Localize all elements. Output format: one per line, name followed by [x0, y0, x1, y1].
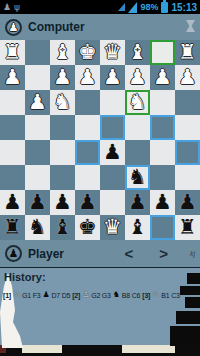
history-panel: History: [1]♘G1 F3♟D7 D5[2]♙G2 G3♞B8 C6[…: [0, 267, 200, 356]
square-g8[interactable]: ♞: [25, 215, 50, 240]
square-f3[interactable]: ♞: [50, 90, 75, 115]
black-pawn: ♟: [103, 142, 122, 163]
black-queen: ♛: [103, 217, 122, 238]
square-g7[interactable]: ♟: [25, 190, 50, 215]
square-a2[interactable]: ♟: [175, 65, 200, 90]
square-f4[interactable]: [50, 115, 75, 140]
battery-icon: [161, 2, 168, 13]
usb-icon: ψ: [14, 0, 20, 14]
square-h5[interactable]: [0, 140, 25, 165]
white-piece-icon: ♙: [82, 291, 89, 299]
white-pawn: ♟: [178, 67, 197, 88]
status-clock: 15:13: [171, 2, 197, 13]
square-d4[interactable]: [100, 115, 125, 140]
square-e2[interactable]: ♟: [75, 65, 100, 90]
corner-hint: kj: [190, 250, 195, 257]
history-next-button[interactable]: >: [157, 246, 170, 261]
square-b4[interactable]: [150, 115, 175, 140]
white-knight: ♞: [128, 92, 147, 113]
square-d7[interactable]: [100, 190, 125, 215]
white-rook: ♜: [178, 42, 197, 63]
black-pawn: ♟: [178, 192, 197, 213]
black-rook: ♜: [3, 217, 22, 238]
white-pawn: ♟: [53, 67, 72, 88]
black-bishop: ♝: [128, 217, 147, 238]
square-a8[interactable]: ♜: [175, 215, 200, 240]
square-d3[interactable]: [100, 90, 125, 115]
square-c3[interactable]: ♞: [125, 90, 150, 115]
white-pawn: ♟: [128, 67, 147, 88]
white-bishop: ♝: [53, 42, 72, 63]
square-a7[interactable]: ♟: [175, 190, 200, 215]
black-piece-icon: ♞: [113, 291, 120, 299]
history-prev-button[interactable]: <: [122, 246, 135, 261]
square-b1[interactable]: [150, 40, 175, 65]
hourglass-icon: [186, 18, 195, 36]
square-e3[interactable]: [75, 90, 100, 115]
pawn-notification-icon: ♟: [3, 0, 11, 14]
black-pawn: ♟: [153, 192, 172, 213]
black-knight: ♞: [128, 167, 147, 188]
square-h7[interactable]: ♟: [0, 190, 25, 215]
square-c5[interactable]: [125, 140, 150, 165]
white-pawn: ♟: [103, 67, 122, 88]
square-c1[interactable]: ♝: [125, 40, 150, 65]
square-h3[interactable]: [0, 90, 25, 115]
square-c8[interactable]: ♝: [125, 215, 150, 240]
white-rook: ♜: [3, 42, 22, 63]
square-b7[interactable]: ♟: [150, 190, 175, 215]
square-g6[interactable]: [25, 165, 50, 190]
black-pawn: ♟: [53, 192, 72, 213]
black-piece-icon: ♟: [42, 291, 49, 299]
square-a4[interactable]: [175, 115, 200, 140]
square-d8[interactable]: ♛: [100, 215, 125, 240]
square-a5[interactable]: [175, 140, 200, 165]
square-e8[interactable]: ♚: [75, 215, 100, 240]
white-pawn: ♟: [153, 67, 172, 88]
square-h6[interactable]: [0, 165, 25, 190]
square-b2[interactable]: ♟: [150, 65, 175, 90]
black-bishop: ♝: [53, 217, 72, 238]
move-text: D7 D5: [51, 292, 70, 299]
move-number: [2]: [72, 292, 80, 299]
square-b3[interactable]: [150, 90, 175, 115]
white-knight: ♞: [53, 92, 72, 113]
square-b8[interactable]: [150, 215, 175, 240]
chess-board[interactable]: ♜♝♚♛♝♜♟♟♟♟♟♟♟♟♞♞♟♞♟♟♟♟♟♟♟♜♞♝♚♛♝♜: [0, 40, 200, 240]
square-b5[interactable]: [150, 140, 175, 165]
square-d6[interactable]: [100, 165, 125, 190]
black-king: ♚: [78, 217, 97, 238]
square-c7[interactable]: ♟: [125, 190, 150, 215]
square-e6[interactable]: [75, 165, 100, 190]
move-text: B1 C3: [161, 292, 179, 299]
square-c2[interactable]: ♟: [125, 65, 150, 90]
computer-bar: ♟ Computer: [0, 14, 200, 40]
square-e5[interactable]: [75, 140, 100, 165]
square-e7[interactable]: ♟: [75, 190, 100, 215]
white-pawn: ♟: [78, 67, 97, 88]
square-c6[interactable]: ♞: [125, 165, 150, 190]
black-rook: ♜: [178, 217, 197, 238]
square-f6[interactable]: [50, 165, 75, 190]
square-d2[interactable]: ♟: [100, 65, 125, 90]
black-pawn: ♟: [3, 192, 22, 213]
computer-avatar: ♟: [5, 19, 22, 36]
square-f2[interactable]: ♟: [50, 65, 75, 90]
status-bar: ♟ ψ 98% 15:13: [0, 0, 200, 14]
black-pawn: ♟: [128, 192, 147, 213]
history-title: History:: [4, 271, 200, 283]
white-pawn: ♟: [28, 92, 47, 113]
square-c4[interactable]: [125, 115, 150, 140]
square-f5[interactable]: [50, 140, 75, 165]
square-a3[interactable]: [175, 90, 200, 115]
move-text: G1 F3: [22, 292, 40, 299]
square-f1[interactable]: ♝: [50, 40, 75, 65]
move-list[interactable]: [1]♘G1 F3♟D7 D5[2]♙G2 G3♞B8 C6[3]♘B1 C3: [0, 291, 200, 299]
player-bar: ♟ Player < > kj: [0, 240, 200, 267]
player-avatar: ♟: [5, 245, 22, 262]
player-label: Player: [28, 247, 64, 261]
square-h1[interactable]: ♜: [0, 40, 25, 65]
battery-percent: 98%: [140, 2, 158, 12]
square-h2[interactable]: ♟: [0, 65, 25, 90]
signal-icon: [128, 2, 137, 13]
square-g5[interactable]: [25, 140, 50, 165]
move-text: B8 C6: [122, 292, 140, 299]
square-b6[interactable]: [150, 165, 175, 190]
move-number: [3]: [142, 292, 150, 299]
square-h4[interactable]: [0, 115, 25, 140]
square-f8[interactable]: ♝: [50, 215, 75, 240]
white-bishop: ♝: [128, 42, 147, 63]
square-f7[interactable]: ♟: [50, 190, 75, 215]
square-h8[interactable]: ♜: [0, 215, 25, 240]
move-number: [1]: [3, 292, 11, 299]
square-d5[interactable]: ♟: [100, 140, 125, 165]
signal-icon: [118, 3, 125, 11]
black-pawn: ♟: [78, 192, 97, 213]
white-piece-icon: ♘: [152, 291, 159, 299]
black-knight: ♞: [28, 217, 47, 238]
square-d1[interactable]: ♛: [100, 40, 125, 65]
square-a6[interactable]: [175, 165, 200, 190]
square-g3[interactable]: ♟: [25, 90, 50, 115]
black-rook-silhouette: [168, 273, 200, 348]
white-pawn: ♟: [3, 67, 22, 88]
square-a1[interactable]: ♜: [175, 40, 200, 65]
square-e1[interactable]: ♚: [75, 40, 100, 65]
white-piece-icon: ♘: [13, 291, 20, 299]
square-g4[interactable]: [25, 115, 50, 140]
computer-label: Computer: [28, 20, 85, 34]
black-pawn: ♟: [28, 192, 47, 213]
white-king: ♚: [78, 42, 97, 63]
square-e4[interactable]: [75, 115, 100, 140]
white-queen: ♛: [103, 42, 122, 63]
move-text: G2 G3: [91, 292, 111, 299]
square-g1[interactable]: [25, 40, 50, 65]
square-g2[interactable]: [25, 65, 50, 90]
